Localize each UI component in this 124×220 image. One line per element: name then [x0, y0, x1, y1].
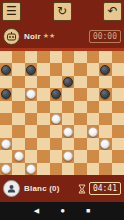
white-man[interactable]: [14, 151, 24, 161]
square-r3c8[interactable]: [99, 88, 111, 100]
square-r7c6[interactable]: [74, 138, 86, 150]
square-r9c3[interactable]: [37, 163, 49, 175]
square-r5c5[interactable]: [62, 113, 74, 125]
square-r3c2[interactable]: [25, 88, 37, 100]
back-icon[interactable]: ◀: [34, 202, 39, 220]
square-r4c1[interactable]: [12, 101, 24, 113]
square-r0c0[interactable]: [0, 51, 12, 63]
square-r2c3[interactable]: [37, 76, 49, 88]
square-r4c4[interactable]: [50, 101, 62, 113]
square-r9c8[interactable]: [99, 163, 111, 175]
square-r7c2[interactable]: [25, 138, 37, 150]
square-r5c2[interactable]: [25, 113, 37, 125]
square-r5c0[interactable]: [0, 113, 12, 125]
square-r8c3[interactable]: [37, 150, 49, 162]
square-r8c9[interactable]: [112, 150, 124, 162]
white-man[interactable]: [26, 89, 36, 99]
square-r8c2[interactable]: [25, 150, 37, 162]
square-r5c8[interactable]: [99, 113, 111, 125]
square-r5c6[interactable]: [74, 113, 86, 125]
refresh-icon: ↻: [57, 3, 67, 20]
white-man[interactable]: [1, 164, 11, 174]
square-r3c4[interactable]: [50, 88, 62, 100]
square-r1c6[interactable]: [74, 63, 86, 75]
square-r1c9[interactable]: [112, 63, 124, 75]
square-r5c3[interactable]: [37, 113, 49, 125]
square-r4c6[interactable]: [74, 101, 86, 113]
black-player-name: Noir: [24, 32, 41, 41]
square-r0c2[interactable]: [25, 51, 37, 63]
square-r5c7[interactable]: [87, 113, 99, 125]
square-r8c5[interactable]: [62, 150, 74, 162]
square-r4c5[interactable]: [62, 101, 74, 113]
menu-icon: ☰: [6, 3, 17, 20]
square-r9c7[interactable]: [87, 163, 99, 175]
square-r7c3[interactable]: [37, 138, 49, 150]
android-nav-bar: ◀ ● ■: [0, 202, 124, 220]
robot-face-icon: [6, 31, 17, 42]
square-r0c1[interactable]: [12, 51, 24, 63]
square-r2c4[interactable]: [50, 76, 62, 88]
square-r8c6[interactable]: [74, 150, 86, 162]
square-r8c8[interactable]: [99, 150, 111, 162]
undo-button[interactable]: ↶: [103, 2, 122, 21]
square-r6c4[interactable]: [50, 125, 62, 137]
square-r4c3[interactable]: [37, 101, 49, 113]
square-r2c6[interactable]: [74, 76, 86, 88]
restart-button[interactable]: ↻: [53, 2, 72, 21]
square-r4c8[interactable]: [99, 101, 111, 113]
human-avatar-icon: [3, 180, 20, 197]
square-r6c6[interactable]: [74, 125, 86, 137]
square-r2c5[interactable]: [62, 76, 74, 88]
square-r0c6[interactable]: [74, 51, 86, 63]
square-r6c1[interactable]: [12, 125, 24, 137]
black-timer: 00:00: [89, 30, 121, 43]
board: [0, 51, 124, 175]
square-r7c5[interactable]: [62, 138, 74, 150]
square-r5c1[interactable]: [12, 113, 24, 125]
white-man[interactable]: [1, 139, 11, 149]
square-r9c5[interactable]: [62, 163, 74, 175]
square-r6c7[interactable]: [87, 125, 99, 137]
square-r1c2[interactable]: [25, 63, 37, 75]
white-man[interactable]: [26, 164, 36, 174]
home-icon[interactable]: ●: [60, 202, 65, 220]
black-man[interactable]: [1, 65, 11, 75]
square-r8c4[interactable]: [50, 150, 62, 162]
square-r9c1[interactable]: [12, 163, 24, 175]
square-r7c9[interactable]: [112, 138, 124, 150]
square-r0c5[interactable]: [62, 51, 74, 63]
square-r8c0[interactable]: [0, 150, 12, 162]
square-r6c9[interactable]: [112, 125, 124, 137]
square-r2c8[interactable]: [99, 76, 111, 88]
square-r7c4[interactable]: [50, 138, 62, 150]
white-man[interactable]: [63, 127, 73, 137]
square-r3c7[interactable]: [87, 88, 99, 100]
square-r1c3[interactable]: [37, 63, 49, 75]
undo-icon: ↶: [107, 3, 117, 20]
recents-icon[interactable]: ■: [86, 202, 90, 220]
square-r8c7[interactable]: [87, 150, 99, 162]
white-man[interactable]: [100, 139, 110, 149]
square-r7c0[interactable]: [0, 138, 12, 150]
square-r9c0[interactable]: [0, 163, 12, 175]
player-row-white: Blanc (0) 04:41: [0, 175, 124, 202]
square-r1c5[interactable]: [62, 63, 74, 75]
square-r4c2[interactable]: [25, 101, 37, 113]
square-r1c8[interactable]: [99, 63, 111, 75]
player-row-black: Noir ★★ 00:00: [0, 24, 124, 48]
hourglass-icon: [78, 184, 86, 194]
square-r1c7[interactable]: [87, 63, 99, 75]
robot-avatar-icon: [3, 28, 20, 45]
square-r9c6[interactable]: [74, 163, 86, 175]
person-icon: [6, 183, 17, 194]
square-r5c9[interactable]: [112, 113, 124, 125]
square-r3c5[interactable]: [62, 88, 74, 100]
square-r6c0[interactable]: [0, 125, 12, 137]
square-r2c2[interactable]: [25, 76, 37, 88]
black-man[interactable]: [51, 89, 61, 99]
square-r3c3[interactable]: [37, 88, 49, 100]
black-man[interactable]: [100, 65, 110, 75]
square-r6c5[interactable]: [62, 125, 74, 137]
square-r7c1[interactable]: [12, 138, 24, 150]
white-timer: 04:41: [89, 182, 121, 195]
square-r2c9[interactable]: [112, 76, 124, 88]
checkers-app: ☰ ↻ ↶ Noir ★★ 00:00 Bla: [0, 0, 124, 220]
square-r0c3[interactable]: [37, 51, 49, 63]
square-r0c7[interactable]: [87, 51, 99, 63]
black-man[interactable]: [1, 89, 11, 99]
square-r4c9[interactable]: [112, 101, 124, 113]
square-r9c9[interactable]: [112, 163, 124, 175]
square-r3c1[interactable]: [12, 88, 24, 100]
square-r3c9[interactable]: [112, 88, 124, 100]
square-r2c1[interactable]: [12, 76, 24, 88]
square-r3c0[interactable]: [0, 88, 12, 100]
square-r0c8[interactable]: [99, 51, 111, 63]
square-r7c7[interactable]: [87, 138, 99, 150]
square-r2c7[interactable]: [87, 76, 99, 88]
square-r9c2[interactable]: [25, 163, 37, 175]
square-r2c0[interactable]: [0, 76, 12, 88]
square-r6c2[interactable]: [25, 125, 37, 137]
white-man[interactable]: [63, 151, 73, 161]
white-player-name: Blanc (0): [24, 184, 60, 193]
square-r4c0[interactable]: [0, 101, 12, 113]
square-r6c8[interactable]: [99, 125, 111, 137]
square-r7c8[interactable]: [99, 138, 111, 150]
square-r1c1[interactable]: [12, 63, 24, 75]
square-r1c0[interactable]: [0, 63, 12, 75]
square-r9c4[interactable]: [50, 163, 62, 175]
difficulty-stars: ★★: [43, 32, 56, 40]
toolbar: ☰ ↻ ↶: [0, 0, 124, 24]
square-r8c1[interactable]: [12, 150, 24, 162]
square-r1c4[interactable]: [50, 63, 62, 75]
black-man[interactable]: [100, 89, 110, 99]
menu-button[interactable]: ☰: [2, 2, 21, 21]
black-man[interactable]: [63, 77, 73, 87]
square-r6c3[interactable]: [37, 125, 49, 137]
square-r3c6[interactable]: [74, 88, 86, 100]
black-man[interactable]: [26, 65, 36, 75]
square-r0c9[interactable]: [112, 51, 124, 63]
square-r5c4[interactable]: [50, 113, 62, 125]
white-man[interactable]: [88, 127, 98, 137]
square-r0c4[interactable]: [50, 51, 62, 63]
square-r4c7[interactable]: [87, 101, 99, 113]
white-man[interactable]: [51, 114, 61, 124]
